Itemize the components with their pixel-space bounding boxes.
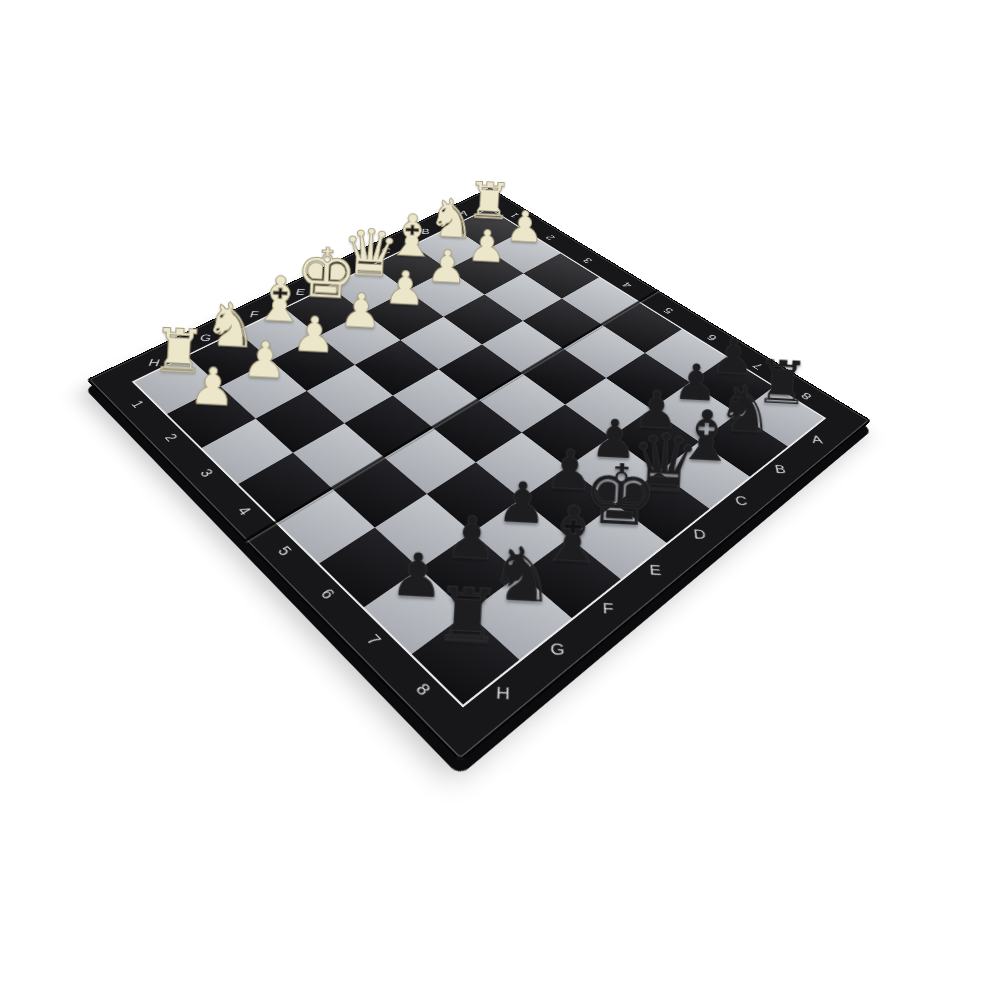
black-rook-h8[interactable]: ♜ <box>421 575 515 660</box>
chess-board: 12345678 12345678 ABCDEFGH ABCDEFGH ♜♞♝♛… <box>86 188 871 762</box>
file-label-c: C <box>372 235 399 267</box>
product-photo-scene: 12345678 12345678 ABCDEFGH ABCDEFGH ♜♞♝♛… <box>0 0 1000 1000</box>
white-pawn-h2[interactable]: ♟ <box>174 359 251 418</box>
file-label-a: A <box>452 199 476 228</box>
file-label-b: B <box>413 216 438 246</box>
